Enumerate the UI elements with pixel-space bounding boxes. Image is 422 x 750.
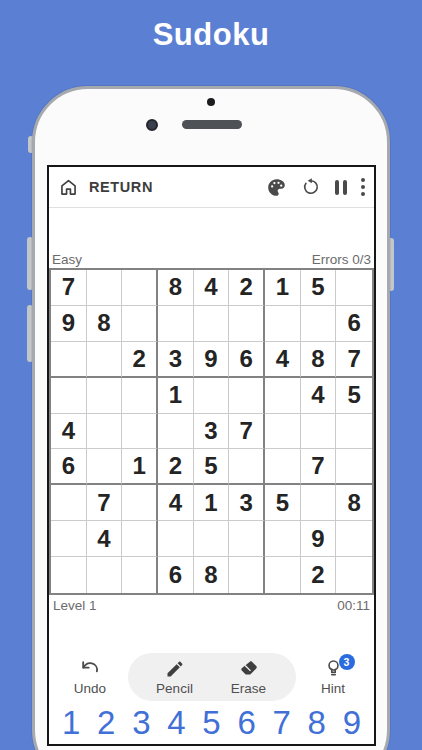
undo-button[interactable]: Undo <box>63 659 117 696</box>
sudoku-cell-r7c7[interactable]: 5 <box>265 485 301 521</box>
hint-button[interactable]: 3 Hint <box>306 658 360 696</box>
numpad-digit-4[interactable]: 4 <box>167 706 185 739</box>
numpad-digit-1[interactable]: 1 <box>62 706 80 739</box>
sudoku-cell-r6c8[interactable]: 7 <box>301 449 337 485</box>
sudoku-cell-r8c2[interactable]: 4 <box>87 521 123 557</box>
sudoku-cell-r4c4[interactable]: 1 <box>158 378 194 414</box>
sudoku-cell-r1c1[interactable]: 7 <box>51 270 87 306</box>
kebab-menu-icon[interactable] <box>361 178 365 196</box>
sudoku-cell-r1c8[interactable]: 5 <box>301 270 337 306</box>
sudoku-cell-r2c5[interactable] <box>194 306 230 342</box>
pause-icon[interactable] <box>335 180 347 195</box>
sudoku-cell-r3c4[interactable]: 3 <box>158 342 194 378</box>
sudoku-cell-r2c3[interactable] <box>122 306 158 342</box>
numpad-digit-7[interactable]: 7 <box>272 706 290 739</box>
sudoku-cell-r6c7[interactable] <box>265 449 301 485</box>
sudoku-cell-r6c6[interactable] <box>229 449 265 485</box>
sudoku-cell-r9c3[interactable] <box>122 557 158 593</box>
sudoku-cell-r6c4[interactable]: 2 <box>158 449 194 485</box>
undo-label: Undo <box>74 681 106 696</box>
sudoku-cell-r2c9[interactable]: 6 <box>336 306 372 342</box>
errors-label: Errors 0/3 <box>312 252 371 267</box>
earpiece-speaker <box>182 120 242 129</box>
sudoku-cell-r5c6[interactable]: 7 <box>229 414 265 450</box>
sudoku-cell-r4c5[interactable] <box>194 378 230 414</box>
toolbar: Undo Pencil Erase <box>49 653 374 701</box>
sudoku-cell-r8c1[interactable] <box>51 521 87 557</box>
sudoku-cell-r2c7[interactable] <box>265 306 301 342</box>
sudoku-cell-r9c5[interactable]: 8 <box>194 557 230 593</box>
sudoku-cell-r5c3[interactable] <box>122 414 158 450</box>
timer-label: 00:11 <box>337 598 370 613</box>
sudoku-cell-r8c7[interactable] <box>265 521 301 557</box>
sudoku-cell-r6c2[interactable] <box>87 449 123 485</box>
sudoku-cell-r7c9[interactable]: 8 <box>336 485 372 521</box>
sudoku-cell-r7c3[interactable] <box>122 485 158 521</box>
sudoku-cell-r1c6[interactable]: 2 <box>229 270 265 306</box>
sudoku-cell-r7c6[interactable]: 3 <box>229 485 265 521</box>
sudoku-cell-r5c8[interactable] <box>301 414 337 450</box>
numpad-digit-3[interactable]: 3 <box>132 706 150 739</box>
sudoku-cell-r7c4[interactable]: 4 <box>158 485 194 521</box>
hint-count-badge: 3 <box>339 654 355 670</box>
sudoku-cell-r1c4[interactable]: 8 <box>158 270 194 306</box>
sudoku-cell-r3c3[interactable]: 2 <box>122 342 158 378</box>
sudoku-cell-r2c6[interactable] <box>229 306 265 342</box>
sudoku-cell-r8c4[interactable] <box>158 521 194 557</box>
sudoku-cell-r4c3[interactable] <box>122 378 158 414</box>
undo-icon <box>79 659 101 679</box>
sudoku-cell-r8c3[interactable] <box>122 521 158 557</box>
sudoku-cell-r5c7[interactable] <box>265 414 301 450</box>
sudoku-cell-r1c2[interactable] <box>87 270 123 306</box>
erase-button[interactable]: Erase <box>222 659 276 696</box>
sudoku-cell-r4c7[interactable] <box>265 378 301 414</box>
lightbulb-icon: 3 <box>323 658 344 679</box>
sudoku-cell-r3c8[interactable]: 8 <box>301 342 337 378</box>
numpad-digit-9[interactable]: 9 <box>343 706 361 739</box>
sudoku-cell-r9c6[interactable] <box>229 557 265 593</box>
sudoku-cell-r1c7[interactable]: 1 <box>265 270 301 306</box>
sudoku-cell-r8c8[interactable]: 9 <box>301 521 337 557</box>
difficulty-label: Easy <box>52 252 82 267</box>
sudoku-cell-r5c1[interactable]: 4 <box>51 414 87 450</box>
sudoku-cell-r1c5[interactable]: 4 <box>194 270 230 306</box>
sudoku-cell-r7c5[interactable]: 1 <box>194 485 230 521</box>
sudoku-cell-r3c9[interactable]: 7 <box>336 342 372 378</box>
sudoku-cell-r7c8[interactable] <box>301 485 337 521</box>
sudoku-cell-r5c2[interactable] <box>87 414 123 450</box>
sudoku-cell-r1c3[interactable] <box>122 270 158 306</box>
status-row: Level 1 00:11 <box>49 598 374 613</box>
sudoku-cell-r7c2[interactable]: 7 <box>87 485 123 521</box>
pencil-icon <box>165 659 185 679</box>
number-pad: 123456789 <box>49 706 374 739</box>
sudoku-cell-r6c1[interactable]: 6 <box>51 449 87 485</box>
front-camera <box>146 119 158 131</box>
sudoku-cell-r8c6[interactable] <box>229 521 265 557</box>
sudoku-cell-r9c8[interactable]: 2 <box>301 557 337 593</box>
numpad-digit-6[interactable]: 6 <box>237 706 255 739</box>
sudoku-cell-r9c9[interactable] <box>336 557 372 593</box>
topbar-actions <box>266 177 365 198</box>
erase-label: Erase <box>231 681 266 696</box>
sudoku-cell-r2c8[interactable] <box>301 306 337 342</box>
sudoku-cell-r3c5[interactable]: 9 <box>194 342 230 378</box>
meta-row: Easy Errors 0/3 <box>49 252 374 267</box>
return-button[interactable]: RETURN <box>89 179 153 195</box>
sudoku-cell-r2c4[interactable] <box>158 306 194 342</box>
sudoku-cell-r4c1[interactable] <box>51 378 87 414</box>
sudoku-cell-r2c2[interactable]: 8 <box>87 306 123 342</box>
sudoku-cell-r5c4[interactable] <box>158 414 194 450</box>
sudoku-cell-r1c9[interactable] <box>336 270 372 306</box>
hint-label: Hint <box>321 681 345 696</box>
numpad-digit-2[interactable]: 2 <box>97 706 115 739</box>
sudoku-cell-r4c9[interactable]: 5 <box>336 378 372 414</box>
sudoku-cell-r3c1[interactable] <box>51 342 87 378</box>
pencil-label: Pencil <box>156 681 193 696</box>
page-title: Sudoku <box>0 17 422 53</box>
top-bar: RETURN <box>49 167 374 208</box>
numpad-digit-8[interactable]: 8 <box>308 706 326 739</box>
sudoku-cell-r4c6[interactable] <box>229 378 265 414</box>
sudoku-cell-r4c2[interactable] <box>87 378 123 414</box>
sudoku-cell-r8c5[interactable] <box>194 521 230 557</box>
proximity-sensor-dot <box>207 98 215 106</box>
sudoku-cell-r9c1[interactable] <box>51 557 87 593</box>
sudoku-cell-r9c4[interactable]: 6 <box>158 557 194 593</box>
sudoku-cell-r7c1[interactable] <box>51 485 87 521</box>
pencil-erase-pill: Pencil Erase <box>128 653 296 701</box>
palette-icon[interactable] <box>266 177 287 198</box>
eraser-icon <box>239 659 259 679</box>
sudoku-cell-r3c2[interactable] <box>87 342 123 378</box>
pencil-button[interactable]: Pencil <box>148 659 202 696</box>
sudoku-cell-r9c7[interactable] <box>265 557 301 593</box>
sudoku-cell-r3c7[interactable]: 4 <box>265 342 301 378</box>
sudoku-cell-r5c5[interactable]: 3 <box>194 414 230 450</box>
sudoku-cell-r9c2[interactable] <box>87 557 123 593</box>
restart-icon[interactable] <box>301 177 321 197</box>
sudoku-cell-r2c1[interactable]: 9 <box>51 306 87 342</box>
sudoku-cell-r5c9[interactable] <box>336 414 372 450</box>
numpad-digit-5[interactable]: 5 <box>202 706 220 739</box>
sudoku-cell-r8c9[interactable] <box>336 521 372 557</box>
sudoku-cell-r6c3[interactable]: 1 <box>122 449 158 485</box>
home-icon[interactable] <box>58 177 79 198</box>
sudoku-cell-r4c8[interactable]: 4 <box>301 378 337 414</box>
app-screen: RETURN Easy Error <box>47 165 376 746</box>
level-label: Level 1 <box>53 598 97 613</box>
sudoku-cell-r6c9[interactable] <box>336 449 372 485</box>
sudoku-grid: 78421598623964871454376125774135849682 <box>49 268 374 595</box>
sudoku-cell-r3c6[interactable]: 6 <box>229 342 265 378</box>
sudoku-cell-r6c5[interactable]: 5 <box>194 449 230 485</box>
